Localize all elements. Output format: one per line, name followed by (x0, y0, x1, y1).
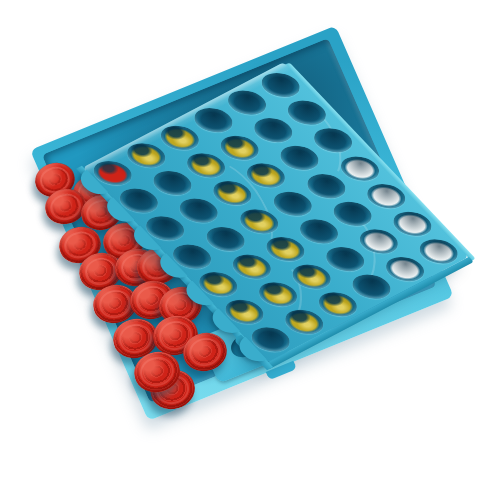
hole-c7-r4-yellow (318, 290, 358, 320)
hole-c6-r4-yellow (292, 262, 332, 292)
hole-c5-r1-white (366, 181, 406, 211)
hole-c4-r5-dark (205, 224, 245, 254)
hole-c3-r2-dark (279, 143, 319, 173)
hole-c3-r5-dark (179, 196, 219, 226)
hole-c5-r2-dark (332, 199, 372, 229)
hole-c1-r1-dark (260, 70, 300, 100)
hole-c2-r3-yellow (219, 133, 259, 163)
hole-c6-r1-white (392, 209, 432, 239)
hole-c2-r1-dark (287, 98, 327, 128)
hole-c4-r1-white (339, 153, 379, 183)
hole-c7-r3-dark (352, 272, 392, 302)
hole-c7-r1-white (419, 237, 459, 267)
hole-c5-r5-yellow (231, 252, 271, 282)
connect-four-travel-set-photo (0, 0, 480, 480)
hole-c7-r2-white (385, 254, 425, 284)
hole-c1-r4-yellow (159, 123, 199, 153)
hole-c6-r5-yellow (258, 279, 298, 309)
hole-c2-r2-dark (253, 115, 293, 145)
hole-c3-r1-dark (313, 125, 353, 155)
hole-c4-r3-dark (272, 189, 312, 219)
hole-c3-r3-yellow (246, 161, 286, 191)
hole-c3-r4-yellow (212, 178, 252, 208)
hole-c6-r2-white (359, 227, 399, 257)
hole-c7-r5-yellow (284, 307, 324, 337)
hole-c2-r5-dark (152, 168, 192, 198)
hole-c4-r4-yellow (239, 206, 279, 236)
hole-c4-r2-dark (306, 171, 346, 201)
hole-c1-r5-yellow (126, 140, 166, 170)
hole-c5-r4-yellow (265, 234, 305, 264)
hole-c2-r4-yellow (186, 150, 226, 180)
hole-c5-r3-dark (299, 216, 339, 246)
hole-c6-r3-dark (325, 244, 365, 274)
hole-c1-r3-dark (193, 105, 233, 135)
hole-c1-r2-dark (227, 87, 267, 117)
